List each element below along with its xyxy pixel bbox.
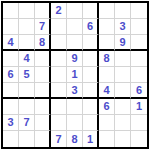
cell-r3c4[interactable] (51, 35, 67, 51)
cell-r8c9[interactable] (131, 115, 147, 131)
given-digit: 6 (103, 101, 109, 112)
cell-r2c2[interactable] (19, 19, 35, 35)
given-digit: 4 (103, 85, 109, 96)
cell-r3c8[interactable]: 9 (115, 35, 131, 51)
cell-r5c4[interactable] (51, 67, 67, 83)
cell-r5c7[interactable] (99, 67, 115, 83)
cell-r1c8[interactable] (115, 3, 131, 19)
cell-r1c2[interactable] (19, 3, 35, 19)
cell-r5c8[interactable] (115, 67, 131, 83)
cell-r4c7[interactable]: 8 (99, 51, 115, 67)
cell-r9c1[interactable] (3, 131, 19, 147)
cell-r7c4[interactable] (51, 99, 67, 115)
given-digit: 3 (71, 85, 77, 96)
cell-r2c6[interactable]: 6 (83, 19, 99, 35)
cell-r3c9[interactable] (131, 35, 147, 51)
cell-r7c1[interactable] (3, 99, 19, 115)
cell-r4c8[interactable] (115, 51, 131, 67)
cell-r9c8[interactable] (115, 131, 131, 147)
cell-r4c4[interactable] (51, 51, 67, 67)
cell-r2c1[interactable] (3, 19, 19, 35)
given-digit: 7 (55, 134, 61, 145)
sudoku-page: 27634894986513466137781 (0, 0, 150, 150)
given-digit: 8 (39, 37, 45, 48)
cell-r2c7[interactable] (99, 19, 115, 35)
cell-r8c2[interactable]: 7 (19, 115, 35, 131)
cell-r8c6[interactable] (83, 115, 99, 131)
given-digit: 9 (119, 37, 125, 48)
given-digit: 3 (119, 21, 125, 32)
cell-r4c6[interactable] (83, 51, 99, 67)
cell-r7c8[interactable] (115, 99, 131, 115)
cell-r5c2[interactable]: 5 (19, 67, 35, 83)
cell-r9c2[interactable] (19, 131, 35, 147)
cell-r5c9[interactable] (131, 67, 147, 83)
given-digit: 7 (23, 117, 29, 128)
cell-r1c3[interactable] (35, 3, 51, 19)
cell-r7c3[interactable] (35, 99, 51, 115)
given-digit: 6 (87, 21, 93, 32)
cell-r4c5[interactable]: 9 (67, 51, 83, 67)
cell-r4c2[interactable]: 4 (19, 51, 35, 67)
cell-r9c4[interactable]: 7 (51, 131, 67, 147)
cell-r8c4[interactable] (51, 115, 67, 131)
cell-r3c5[interactable] (67, 35, 83, 51)
cell-r7c7[interactable]: 6 (99, 99, 115, 115)
cell-r7c6[interactable] (83, 99, 99, 115)
given-digit: 1 (71, 69, 77, 80)
cell-r5c3[interactable] (35, 67, 51, 83)
cell-r6c7[interactable]: 4 (99, 83, 115, 99)
cell-r8c1[interactable]: 3 (3, 115, 19, 131)
given-digit: 4 (23, 53, 29, 64)
given-digit: 3 (7, 117, 13, 128)
given-digit: 8 (103, 53, 109, 64)
cell-r8c8[interactable] (115, 115, 131, 131)
cell-r9c9[interactable] (131, 131, 147, 147)
given-digit: 6 (136, 85, 142, 96)
cell-r1c9[interactable] (131, 3, 147, 19)
cell-r3c2[interactable] (19, 35, 35, 51)
cell-r3c6[interactable] (83, 35, 99, 51)
given-digit: 9 (71, 53, 77, 64)
cell-r3c1[interactable]: 4 (3, 35, 19, 51)
given-digit: 7 (39, 21, 45, 32)
cell-r6c1[interactable] (3, 83, 19, 99)
cell-r2c5[interactable] (67, 19, 83, 35)
cell-r6c3[interactable] (35, 83, 51, 99)
cell-r7c2[interactable] (19, 99, 35, 115)
cell-r9c3[interactable] (35, 131, 51, 147)
given-digit: 2 (55, 5, 61, 16)
cell-r5c1[interactable]: 6 (3, 67, 19, 83)
cell-r5c6[interactable] (83, 67, 99, 83)
cell-r8c7[interactable] (99, 115, 115, 131)
sudoku-board: 27634894986513466137781 (1, 1, 149, 149)
cell-r1c4[interactable]: 2 (51, 3, 67, 19)
given-digit: 1 (136, 101, 142, 112)
cell-r6c6[interactable] (83, 83, 99, 99)
given-digit: 4 (7, 37, 13, 48)
cell-r5c5[interactable]: 1 (67, 67, 83, 83)
cell-r2c9[interactable] (131, 19, 147, 35)
cell-r4c1[interactable] (3, 51, 19, 67)
cell-r2c4[interactable] (51, 19, 67, 35)
cell-r1c6[interactable] (83, 3, 99, 19)
cell-r3c3[interactable]: 8 (35, 35, 51, 51)
cell-r1c5[interactable] (67, 3, 83, 19)
cell-r6c2[interactable] (19, 83, 35, 99)
cell-r8c3[interactable] (35, 115, 51, 131)
cell-r1c7[interactable] (99, 3, 115, 19)
cell-r9c6[interactable]: 1 (83, 131, 99, 147)
cell-r1c1[interactable] (3, 3, 19, 19)
given-digit: 5 (23, 69, 29, 80)
cell-r9c7[interactable] (99, 131, 115, 147)
cell-r8c5[interactable] (67, 115, 83, 131)
cell-r6c9[interactable]: 6 (131, 83, 147, 99)
cell-r4c3[interactable] (35, 51, 51, 67)
given-digit: 8 (71, 134, 77, 145)
cell-r6c5[interactable]: 3 (67, 83, 83, 99)
cell-r6c4[interactable] (51, 83, 67, 99)
given-digit: 6 (7, 69, 13, 80)
cell-r6c8[interactable] (115, 83, 131, 99)
cell-r7c9[interactable]: 1 (131, 99, 147, 115)
cell-r2c3[interactable]: 7 (35, 19, 51, 35)
cell-r2c8[interactable]: 3 (115, 19, 131, 35)
given-digit: 1 (87, 134, 93, 145)
cell-r3c7[interactable] (99, 35, 115, 51)
cell-r7c5[interactable] (67, 99, 83, 115)
cell-r9c5[interactable]: 8 (67, 131, 83, 147)
cell-r4c9[interactable] (131, 51, 147, 67)
